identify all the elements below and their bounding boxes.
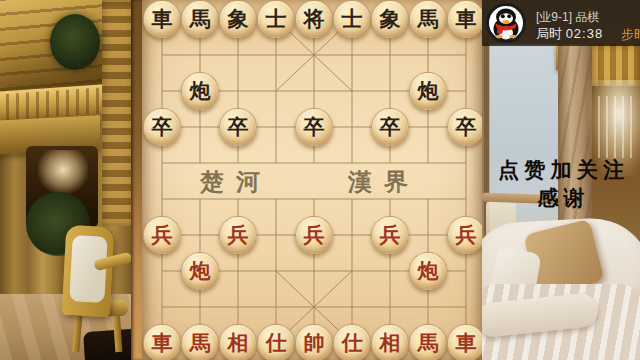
piece-black-advisor-right[interactable]: 士 <box>333 0 371 38</box>
piece-black-soldier-1[interactable]: 卒 <box>143 108 181 146</box>
piece-red-soldier-3[interactable]: 兵 <box>295 216 333 254</box>
screenshot-root: 楚河 漢界 車馬象士将士象馬車炮炮卒卒卒卒卒兵兵兵兵兵炮炮車馬相仕帥仕相馬車 点… <box>0 0 640 360</box>
piece-red-horse-right[interactable]: 馬 <box>409 324 447 360</box>
step-time-label: 步时 <box>621 26 640 44</box>
watermark-line2: 感 谢 <box>482 184 640 212</box>
piece-black-soldier-5[interactable]: 卒 <box>447 108 485 146</box>
piece-black-soldier-3[interactable]: 卒 <box>295 108 333 146</box>
piece-black-elephant-left[interactable]: 象 <box>219 0 257 38</box>
piece-red-chariot-right[interactable]: 車 <box>447 324 485 360</box>
watermark-line1: 点 赞 加 关 注 <box>482 156 640 184</box>
qq-penguin-icon <box>486 3 526 43</box>
piece-red-elephant-right[interactable]: 相 <box>371 324 409 360</box>
river-label-han: 漢界 <box>348 166 420 198</box>
right-room-photo: 点 赞 加 关 注 感 谢 <box>482 0 640 360</box>
piece-red-chariot-left[interactable]: 車 <box>143 324 181 360</box>
follow-watermark: 点 赞 加 关 注 感 谢 <box>482 156 640 212</box>
room-rank-title: [业9-1] 品棋 <box>536 9 599 26</box>
piece-black-horse-right[interactable]: 馬 <box>409 0 447 38</box>
piece-black-elephant-right[interactable]: 象 <box>371 0 409 38</box>
piece-black-advisor-left[interactable]: 士 <box>257 0 295 38</box>
piece-red-cannon-right[interactable]: 炮 <box>409 252 447 290</box>
door-frame-edge <box>131 0 142 360</box>
xiangqi-board[interactable]: 楚河 漢界 車馬象士将士象馬車炮炮卒卒卒卒卒兵兵兵兵兵炮炮車馬相仕帥仕相馬車 <box>142 0 482 360</box>
piece-red-soldier-5[interactable]: 兵 <box>447 216 485 254</box>
carved-gold-band <box>102 0 134 226</box>
game-time-value: 02:38 <box>566 26 604 41</box>
left-room-photo <box>0 0 142 360</box>
piece-red-soldier-2[interactable]: 兵 <box>219 216 257 254</box>
chandelier-crystals <box>598 96 636 158</box>
piece-red-elephant-left[interactable]: 相 <box>219 324 257 360</box>
piece-red-cannon-left[interactable]: 炮 <box>181 252 219 290</box>
piece-red-advisor-right[interactable]: 仕 <box>333 324 371 360</box>
piece-black-horse-left[interactable]: 馬 <box>181 0 219 38</box>
piece-black-general[interactable]: 将 <box>295 0 333 38</box>
piece-black-chariot-right[interactable]: 車 <box>447 0 485 38</box>
piece-red-general[interactable]: 帥 <box>295 324 333 360</box>
river-band: 楚河 漢界 <box>142 164 482 198</box>
river-label-chu: 楚河 <box>200 166 272 198</box>
piece-black-soldier-4[interactable]: 卒 <box>371 108 409 146</box>
piece-red-horse-left[interactable]: 馬 <box>181 324 219 360</box>
stream-info-bar: [业9-1] 品棋 局时 02:38 步时 <box>482 0 640 46</box>
game-time: 局时 02:38 <box>536 25 603 43</box>
piece-black-soldier-2[interactable]: 卒 <box>219 108 257 146</box>
chandelier-glow <box>38 150 88 194</box>
plant-upper <box>50 14 100 70</box>
game-time-label: 局时 <box>536 26 562 41</box>
piece-black-chariot-left[interactable]: 車 <box>143 0 181 38</box>
piece-red-soldier-4[interactable]: 兵 <box>371 216 409 254</box>
piece-black-cannon-right[interactable]: 炮 <box>409 72 447 110</box>
piece-red-advisor-left[interactable]: 仕 <box>257 324 295 360</box>
piece-black-cannon-left[interactable]: 炮 <box>181 72 219 110</box>
piece-red-soldier-1[interactable]: 兵 <box>143 216 181 254</box>
